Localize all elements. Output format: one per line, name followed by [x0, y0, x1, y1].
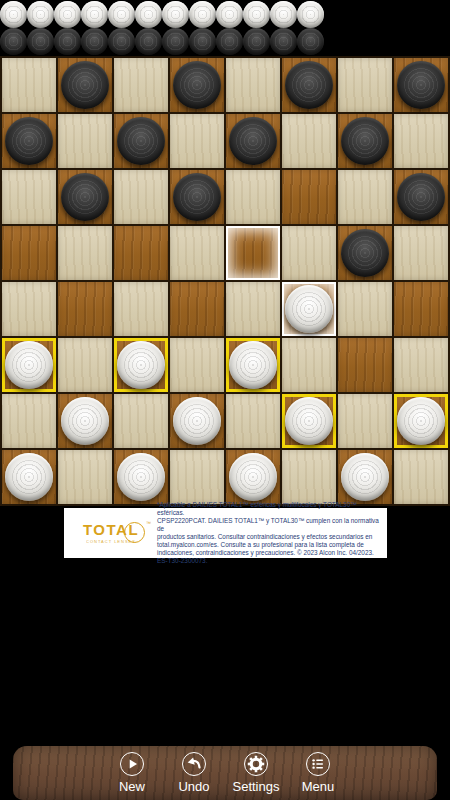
black-tray-piece	[108, 28, 135, 55]
square-r1c0[interactable]	[2, 114, 56, 168]
white-piece[interactable]	[5, 341, 53, 389]
bottom-toolbar: NewUndoSettingsMenu	[13, 746, 437, 800]
square-r7c0[interactable]	[2, 450, 56, 504]
square-r5c1	[58, 338, 112, 392]
square-r0c3[interactable]	[170, 58, 224, 112]
white-tray-piece	[243, 1, 270, 28]
toolbar-button-label: New	[119, 779, 145, 794]
black-tray-piece	[81, 28, 108, 55]
white-piece[interactable]	[61, 397, 109, 445]
square-r7c2[interactable]	[114, 450, 168, 504]
square-r6c5[interactable]	[282, 394, 336, 448]
list-icon	[306, 752, 330, 776]
ad-disclaimer-text: *Aplicable a DAILIES TOTAL1™ esféricas y…	[153, 501, 382, 565]
black-tray-piece	[54, 28, 81, 55]
black-pieces-tray	[0, 28, 324, 55]
square-r0c5[interactable]	[282, 58, 336, 112]
black-tray-piece	[0, 28, 27, 55]
toolbar-button-label: Menu	[302, 779, 335, 794]
black-tray-piece	[216, 28, 243, 55]
square-r7c5	[282, 450, 336, 504]
square-r3c5	[282, 226, 336, 280]
white-tray-piece	[27, 1, 54, 28]
square-r2c0	[2, 170, 56, 224]
square-r4c7[interactable]	[394, 282, 448, 336]
black-piece[interactable]	[173, 61, 221, 109]
white-piece[interactable]	[341, 453, 389, 501]
square-r4c2	[114, 282, 168, 336]
square-r7c7	[394, 450, 448, 504]
square-r5c4[interactable]	[226, 338, 280, 392]
play-icon	[120, 752, 144, 776]
white-piece[interactable]	[285, 397, 333, 445]
square-r4c5[interactable]	[282, 282, 336, 336]
white-tray-piece	[270, 1, 297, 28]
checkers-board	[0, 56, 450, 506]
ad-disclaimer-line: indicaciones, contraindicaciones y preca…	[157, 549, 382, 557]
black-piece[interactable]	[397, 61, 445, 109]
square-r6c6	[338, 394, 392, 448]
square-r2c4	[226, 170, 280, 224]
black-tray-piece	[189, 28, 216, 55]
square-r5c5	[282, 338, 336, 392]
square-r4c6	[338, 282, 392, 336]
white-piece[interactable]	[229, 453, 277, 501]
ad-logo-subtext: CONTACT LENSES	[69, 539, 153, 544]
square-r1c4[interactable]	[226, 114, 280, 168]
ad-disclaimer-line: total.myalcon.com/es. Consulte a su prof…	[157, 541, 382, 549]
undo-button[interactable]: Undo	[166, 746, 222, 800]
square-r5c2[interactable]	[114, 338, 168, 392]
ad-disclaimer-line: CPSP2220PCAT. DAILIES TOTAL1™ y TOTAL30™…	[157, 517, 382, 533]
square-r2c1[interactable]	[58, 170, 112, 224]
white-piece[interactable]	[285, 285, 333, 333]
square-r3c4[interactable]	[226, 226, 280, 280]
square-r4c1[interactable]	[58, 282, 112, 336]
white-tray-piece	[162, 1, 189, 28]
black-piece[interactable]	[5, 117, 53, 165]
white-tray-piece	[297, 1, 324, 28]
black-piece[interactable]	[61, 61, 109, 109]
white-pieces-tray	[0, 1, 324, 28]
square-r4c4	[226, 282, 280, 336]
square-r4c3[interactable]	[170, 282, 224, 336]
white-tray-piece	[189, 1, 216, 28]
square-r1c2[interactable]	[114, 114, 168, 168]
black-piece[interactable]	[341, 117, 389, 165]
square-r6c3[interactable]	[170, 394, 224, 448]
settings-button[interactable]: Settings	[228, 746, 284, 800]
square-r1c7	[394, 114, 448, 168]
ad-banner[interactable]: ™ TOTAL CONTACT LENSES *Aplicable a DAIL…	[64, 508, 387, 558]
undo-icon	[182, 752, 206, 776]
square-r0c0	[2, 58, 56, 112]
ad-logo-text: TOTAL	[69, 522, 153, 537]
white-tray-piece	[216, 1, 243, 28]
square-r0c4	[226, 58, 280, 112]
square-r5c0[interactable]	[2, 338, 56, 392]
black-piece[interactable]	[229, 117, 277, 165]
square-r7c4[interactable]	[226, 450, 280, 504]
square-r6c0	[2, 394, 56, 448]
square-r6c7[interactable]	[394, 394, 448, 448]
white-piece[interactable]	[5, 453, 53, 501]
square-r2c5[interactable]	[282, 170, 336, 224]
square-r2c6	[338, 170, 392, 224]
square-r3c7	[394, 226, 448, 280]
square-r7c6[interactable]	[338, 450, 392, 504]
black-tray-piece	[243, 28, 270, 55]
square-r5c7	[394, 338, 448, 392]
square-r1c1	[58, 114, 112, 168]
white-tray-piece	[0, 1, 27, 28]
black-tray-piece	[297, 28, 324, 55]
black-piece[interactable]	[117, 117, 165, 165]
black-piece[interactable]	[341, 229, 389, 277]
white-piece[interactable]	[117, 453, 165, 501]
menu-button[interactable]: Menu	[290, 746, 346, 800]
square-r7c3	[170, 450, 224, 504]
gear-icon	[244, 752, 268, 776]
black-piece[interactable]	[397, 173, 445, 221]
white-tray-piece	[81, 1, 108, 28]
square-r5c3	[170, 338, 224, 392]
black-tray-piece	[27, 28, 54, 55]
square-r5c6[interactable]	[338, 338, 392, 392]
square-r3c2[interactable]	[114, 226, 168, 280]
square-r1c5	[282, 114, 336, 168]
black-tray-piece	[162, 28, 189, 55]
square-r3c0[interactable]	[2, 226, 56, 280]
white-tray-piece	[108, 1, 135, 28]
square-r0c2	[114, 58, 168, 112]
square-r0c7[interactable]	[394, 58, 448, 112]
new-button[interactable]: New	[104, 746, 160, 800]
black-piece[interactable]	[61, 173, 109, 221]
square-r1c6[interactable]	[338, 114, 392, 168]
square-r6c1[interactable]	[58, 394, 112, 448]
white-piece[interactable]	[397, 397, 445, 445]
toolbar-button-label: Undo	[178, 779, 209, 794]
black-piece[interactable]	[285, 61, 333, 109]
square-r3c6[interactable]	[338, 226, 392, 280]
white-piece[interactable]	[117, 341, 165, 389]
black-tray-piece	[270, 28, 297, 55]
square-r2c3[interactable]	[170, 170, 224, 224]
square-r1c3	[170, 114, 224, 168]
square-r2c2	[114, 170, 168, 224]
square-r0c6	[338, 58, 392, 112]
black-piece[interactable]	[173, 173, 221, 221]
toolbar-button-label: Settings	[233, 779, 280, 794]
white-piece[interactable]	[173, 397, 221, 445]
black-tray-piece	[135, 28, 162, 55]
white-tray-piece	[54, 1, 81, 28]
square-r0c1[interactable]	[58, 58, 112, 112]
square-r4c0	[2, 282, 56, 336]
square-r6c4	[226, 394, 280, 448]
white-piece[interactable]	[229, 341, 277, 389]
square-r6c2	[114, 394, 168, 448]
ad-disclaimer-line: *Aplicable a DAILIES TOTAL1™ esféricas y…	[157, 501, 382, 517]
checkers-app-screen: ™ TOTAL CONTACT LENSES *Aplicable a DAIL…	[0, 0, 450, 800]
ad-logo: ™ TOTAL CONTACT LENSES	[69, 522, 153, 544]
ad-disclaimer-line: ES-T30-2300073.	[157, 557, 382, 565]
square-r2c7[interactable]	[394, 170, 448, 224]
square-r3c1	[58, 226, 112, 280]
square-r7c1	[58, 450, 112, 504]
white-tray-piece	[135, 1, 162, 28]
ad-disclaimer-line: productos sanitarios. Consultar contrain…	[157, 533, 382, 541]
square-r3c3	[170, 226, 224, 280]
